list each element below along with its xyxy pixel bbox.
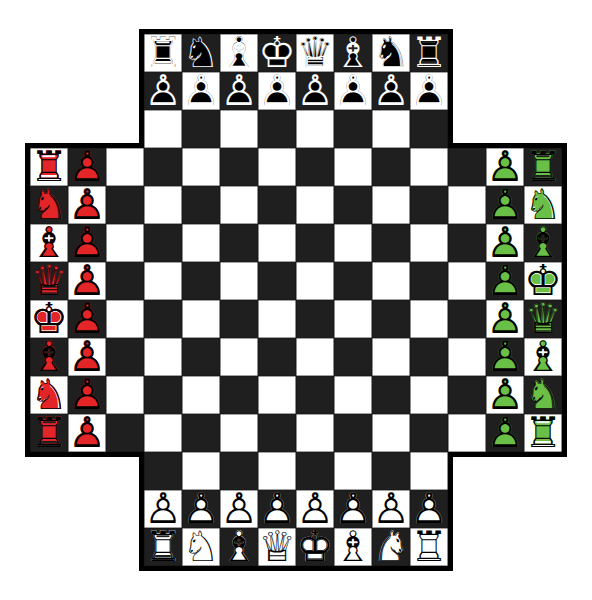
board-cutout [486, 72, 524, 110]
square-f14[interactable]: ♝♗ [220, 34, 258, 72]
board-cutout [68, 528, 106, 566]
square-j4[interactable] [372, 414, 410, 452]
board-cutout [30, 34, 68, 72]
square-g14[interactable]: ♚♔ [258, 34, 296, 72]
square-g5[interactable] [258, 376, 296, 414]
red-bishop-icon: ♝♗ [30, 338, 68, 376]
square-i7[interactable] [334, 300, 372, 338]
black-pawn-icon: ♟♙ [182, 72, 220, 110]
square-k13[interactable]: ♟♙ [410, 72, 448, 110]
white-bishop-icon: ♝♗ [334, 528, 372, 566]
square-j14[interactable]: ♞♘ [372, 34, 410, 72]
white-pawn-icon: ♟♙ [144, 490, 182, 528]
black-pawn-icon: ♟♙ [410, 72, 448, 110]
square-k11[interactable] [410, 148, 448, 186]
square-f2[interactable]: ♟♙ [220, 490, 258, 528]
square-i14[interactable]: ♝♗ [334, 34, 372, 72]
square-l11[interactable] [448, 148, 486, 186]
square-h4[interactable] [296, 414, 334, 452]
black-pawn-icon: ♟♙ [220, 72, 258, 110]
square-g8[interactable] [258, 262, 296, 300]
square-i1[interactable]: ♝♗ [334, 528, 372, 566]
board-cutout [486, 110, 524, 148]
square-h13[interactable]: ♟♙ [296, 72, 334, 110]
board-cutout [448, 490, 486, 528]
square-i13[interactable]: ♟♙ [334, 72, 372, 110]
green-king-icon: ♚♔ [524, 262, 562, 300]
black-pawn-icon: ♟♙ [296, 72, 334, 110]
square-f13[interactable]: ♟♙ [220, 72, 258, 110]
red-pawn-icon: ♟♙ [68, 224, 106, 262]
green-rook-icon: ♜♖ [524, 148, 562, 186]
square-b10[interactable]: ♟♙ [68, 186, 106, 224]
green-pawn-icon: ♟♙ [486, 224, 524, 262]
board-cutout [68, 452, 106, 490]
square-e9[interactable] [182, 224, 220, 262]
square-g4[interactable] [258, 414, 296, 452]
square-f7[interactable] [220, 300, 258, 338]
square-l10[interactable] [448, 186, 486, 224]
white-pawn-icon: ♟♙ [220, 490, 258, 528]
square-m7[interactable]: ♟♙ [486, 300, 524, 338]
square-e1[interactable]: ♞♘ [182, 528, 220, 566]
board-cutout [30, 72, 68, 110]
square-b9[interactable]: ♟♙ [68, 224, 106, 262]
square-f3[interactable] [220, 452, 258, 490]
square-k8[interactable] [410, 262, 448, 300]
board-cutout [106, 110, 144, 148]
red-knight-icon: ♞♘ [30, 186, 68, 224]
square-l4[interactable] [448, 414, 486, 452]
board-cutout [106, 72, 144, 110]
square-d11[interactable] [144, 148, 182, 186]
square-d6[interactable] [144, 338, 182, 376]
square-h2[interactable]: ♟♙ [296, 490, 334, 528]
square-f9[interactable] [220, 224, 258, 262]
white-pawn-icon: ♟♙ [296, 490, 334, 528]
square-d5[interactable] [144, 376, 182, 414]
square-i5[interactable] [334, 376, 372, 414]
white-pawn-icon: ♟♙ [334, 490, 372, 528]
square-j3[interactable] [372, 452, 410, 490]
square-k9[interactable] [410, 224, 448, 262]
square-i9[interactable] [334, 224, 372, 262]
black-knight-icon: ♞♘ [182, 34, 220, 72]
square-h12[interactable] [296, 110, 334, 148]
square-b7[interactable]: ♟♙ [68, 300, 106, 338]
black-bishop-icon: ♝♗ [220, 34, 258, 72]
square-k3[interactable] [410, 452, 448, 490]
board-cutout [30, 528, 68, 566]
square-m10[interactable]: ♟♙ [486, 186, 524, 224]
board-cutout [448, 452, 486, 490]
square-l8[interactable] [448, 262, 486, 300]
board-grid: ♜♖♞♘♝♗♚♔♛♕♝♗♞♘♜♖♟♙♟♙♟♙♟♙♟♙♟♙♟♙♟♙♜♖♟♙♟♙♜♖… [30, 34, 562, 566]
white-queen-icon: ♛♕ [258, 528, 296, 566]
square-a5[interactable]: ♞♘ [30, 376, 68, 414]
square-a7[interactable]: ♚♔ [30, 300, 68, 338]
square-a10[interactable]: ♞♘ [30, 186, 68, 224]
board-cutout [448, 528, 486, 566]
square-c5[interactable] [106, 376, 144, 414]
square-b11[interactable]: ♟♙ [68, 148, 106, 186]
green-knight-icon: ♞♘ [524, 186, 562, 224]
black-queen-icon: ♛♕ [296, 34, 334, 72]
square-b8[interactable]: ♟♙ [68, 262, 106, 300]
board-cutout [524, 72, 562, 110]
square-e4[interactable] [182, 414, 220, 452]
square-i12[interactable] [334, 110, 372, 148]
green-pawn-icon: ♟♙ [486, 414, 524, 452]
board-cutout [486, 528, 524, 566]
square-e7[interactable] [182, 300, 220, 338]
square-m5[interactable]: ♟♙ [486, 376, 524, 414]
white-pawn-icon: ♟♙ [410, 490, 448, 528]
square-f8[interactable] [220, 262, 258, 300]
square-e2[interactable]: ♟♙ [182, 490, 220, 528]
square-d12[interactable] [144, 110, 182, 148]
board-cutout [486, 34, 524, 72]
square-i8[interactable] [334, 262, 372, 300]
square-e14[interactable]: ♞♘ [182, 34, 220, 72]
square-f12[interactable] [220, 110, 258, 148]
board-cutout [30, 110, 68, 148]
square-g9[interactable] [258, 224, 296, 262]
board-cutout [106, 490, 144, 528]
square-j11[interactable] [372, 148, 410, 186]
square-d4[interactable] [144, 414, 182, 452]
square-c7[interactable] [106, 300, 144, 338]
white-king-icon: ♚♔ [296, 528, 334, 566]
square-m6[interactable]: ♟♙ [486, 338, 524, 376]
white-pawn-icon: ♟♙ [372, 490, 410, 528]
square-g10[interactable] [258, 186, 296, 224]
square-a9[interactable]: ♝♗ [30, 224, 68, 262]
green-rook-icon: ♜♖ [524, 414, 562, 452]
board-cutout [68, 490, 106, 528]
green-pawn-icon: ♟♙ [486, 300, 524, 338]
square-h14[interactable]: ♛♕ [296, 34, 334, 72]
square-h10[interactable] [296, 186, 334, 224]
square-m8[interactable]: ♟♙ [486, 262, 524, 300]
square-m9[interactable]: ♟♙ [486, 224, 524, 262]
white-knight-icon: ♞♘ [372, 528, 410, 566]
square-c6[interactable] [106, 338, 144, 376]
square-n11[interactable]: ♜♖ [524, 148, 562, 186]
square-i6[interactable] [334, 338, 372, 376]
square-g11[interactable] [258, 148, 296, 186]
red-rook-icon: ♜♖ [30, 148, 68, 186]
square-c11[interactable] [106, 148, 144, 186]
square-k2[interactable]: ♟♙ [410, 490, 448, 528]
white-knight-icon: ♞♘ [182, 528, 220, 566]
red-pawn-icon: ♟♙ [68, 376, 106, 414]
black-pawn-icon: ♟♙ [144, 72, 182, 110]
green-knight-icon: ♞♘ [524, 376, 562, 414]
square-l5[interactable] [448, 376, 486, 414]
square-a11[interactable]: ♜♖ [30, 148, 68, 186]
square-e10[interactable] [182, 186, 220, 224]
square-a4[interactable]: ♜♖ [30, 414, 68, 452]
board-cutout [106, 452, 144, 490]
board-cutout [68, 34, 106, 72]
red-rook-icon: ♜♖ [30, 414, 68, 452]
square-e5[interactable] [182, 376, 220, 414]
board-cutout [448, 110, 486, 148]
square-n5[interactable]: ♞♘ [524, 376, 562, 414]
red-king-icon: ♚♔ [30, 300, 68, 338]
square-j9[interactable] [372, 224, 410, 262]
red-pawn-icon: ♟♙ [68, 186, 106, 224]
red-bishop-icon: ♝♗ [30, 224, 68, 262]
black-pawn-icon: ♟♙ [258, 72, 296, 110]
square-d13[interactable]: ♟♙ [144, 72, 182, 110]
square-j8[interactable] [372, 262, 410, 300]
board-cutout [448, 72, 486, 110]
red-pawn-icon: ♟♙ [68, 148, 106, 186]
board-cutout [106, 34, 144, 72]
square-g3[interactable] [258, 452, 296, 490]
black-bishop-icon: ♝♗ [334, 34, 372, 72]
square-h9[interactable] [296, 224, 334, 262]
square-h5[interactable] [296, 376, 334, 414]
square-j6[interactable] [372, 338, 410, 376]
square-g1[interactable]: ♛♕ [258, 528, 296, 566]
board-cutout [486, 490, 524, 528]
square-a8[interactable]: ♛♕ [30, 262, 68, 300]
square-e6[interactable] [182, 338, 220, 376]
black-rook-icon: ♜♖ [144, 34, 182, 72]
board-cutout [524, 110, 562, 148]
square-g7[interactable] [258, 300, 296, 338]
square-h1[interactable]: ♚♔ [296, 528, 334, 566]
square-k12[interactable] [410, 110, 448, 148]
board-cutout [68, 72, 106, 110]
board-cutout [30, 452, 68, 490]
square-f10[interactable] [220, 186, 258, 224]
square-l7[interactable] [448, 300, 486, 338]
square-f5[interactable] [220, 376, 258, 414]
square-j5[interactable] [372, 376, 410, 414]
square-n9[interactable]: ♝♗ [524, 224, 562, 262]
square-k1[interactable]: ♜♖ [410, 528, 448, 566]
square-n10[interactable]: ♞♘ [524, 186, 562, 224]
square-l9[interactable] [448, 224, 486, 262]
square-d3[interactable] [144, 452, 182, 490]
square-k5[interactable] [410, 376, 448, 414]
square-e11[interactable] [182, 148, 220, 186]
square-g12[interactable] [258, 110, 296, 148]
square-j10[interactable] [372, 186, 410, 224]
white-pawn-icon: ♟♙ [182, 490, 220, 528]
green-pawn-icon: ♟♙ [486, 338, 524, 376]
square-d14[interactable]: ♜♖ [144, 34, 182, 72]
square-b5[interactable]: ♟♙ [68, 376, 106, 414]
green-pawn-icon: ♟♙ [486, 376, 524, 414]
square-f11[interactable] [220, 148, 258, 186]
square-j1[interactable]: ♞♘ [372, 528, 410, 566]
black-king-icon: ♚♔ [258, 34, 296, 72]
red-knight-icon: ♞♘ [30, 376, 68, 414]
square-e3[interactable] [182, 452, 220, 490]
square-e13[interactable]: ♟♙ [182, 72, 220, 110]
square-g6[interactable] [258, 338, 296, 376]
square-j12[interactable] [372, 110, 410, 148]
square-i10[interactable] [334, 186, 372, 224]
black-rook-icon: ♜♖ [410, 34, 448, 72]
green-pawn-icon: ♟♙ [486, 262, 524, 300]
board-cutout [106, 528, 144, 566]
white-pawn-icon: ♟♙ [258, 490, 296, 528]
white-rook-icon: ♜♖ [410, 528, 448, 566]
square-k10[interactable] [410, 186, 448, 224]
black-pawn-icon: ♟♙ [334, 72, 372, 110]
black-knight-icon: ♞♘ [372, 34, 410, 72]
square-j7[interactable] [372, 300, 410, 338]
square-b6[interactable]: ♟♙ [68, 338, 106, 376]
square-a6[interactable]: ♝♗ [30, 338, 68, 376]
square-d10[interactable] [144, 186, 182, 224]
red-pawn-icon: ♟♙ [68, 338, 106, 376]
four-player-chess-board: ♜♖♞♘♝♗♚♔♛♕♝♗♞♘♜♖♟♙♟♙♟♙♟♙♟♙♟♙♟♙♟♙♜♖♟♙♟♙♜♖… [25, 29, 567, 571]
square-f1[interactable]: ♝♗ [220, 528, 258, 566]
square-b4[interactable]: ♟♙ [68, 414, 106, 452]
green-pawn-icon: ♟♙ [486, 186, 524, 224]
square-n8[interactable]: ♚♔ [524, 262, 562, 300]
board-cutout [524, 34, 562, 72]
board-cutout [524, 490, 562, 528]
square-h7[interactable] [296, 300, 334, 338]
square-i11[interactable] [334, 148, 372, 186]
square-d8[interactable] [144, 262, 182, 300]
square-f4[interactable] [220, 414, 258, 452]
square-i4[interactable] [334, 414, 372, 452]
square-h6[interactable] [296, 338, 334, 376]
red-queen-icon: ♛♕ [30, 262, 68, 300]
square-k7[interactable] [410, 300, 448, 338]
square-m11[interactable]: ♟♙ [486, 148, 524, 186]
board-cutout [524, 528, 562, 566]
square-k6[interactable] [410, 338, 448, 376]
green-pawn-icon: ♟♙ [486, 148, 524, 186]
square-j2[interactable]: ♟♙ [372, 490, 410, 528]
square-c10[interactable] [106, 186, 144, 224]
white-bishop-icon: ♝♗ [220, 528, 258, 566]
square-h8[interactable] [296, 262, 334, 300]
red-pawn-icon: ♟♙ [68, 414, 106, 452]
square-c8[interactable] [106, 262, 144, 300]
board-cutout [524, 452, 562, 490]
square-n4[interactable]: ♜♖ [524, 414, 562, 452]
square-i3[interactable] [334, 452, 372, 490]
square-c4[interactable] [106, 414, 144, 452]
square-c9[interactable] [106, 224, 144, 262]
square-j13[interactable]: ♟♙ [372, 72, 410, 110]
square-n6[interactable]: ♝♗ [524, 338, 562, 376]
square-d2[interactable]: ♟♙ [144, 490, 182, 528]
square-k14[interactable]: ♜♖ [410, 34, 448, 72]
white-rook-icon: ♜♖ [144, 528, 182, 566]
green-bishop-icon: ♝♗ [524, 224, 562, 262]
square-g13[interactable]: ♟♙ [258, 72, 296, 110]
board-cutout [30, 490, 68, 528]
square-d9[interactable] [144, 224, 182, 262]
square-m4[interactable]: ♟♙ [486, 414, 524, 452]
red-pawn-icon: ♟♙ [68, 300, 106, 338]
square-n7[interactable]: ♛♕ [524, 300, 562, 338]
board-cutout [486, 452, 524, 490]
board-cutout [448, 34, 486, 72]
square-f6[interactable] [220, 338, 258, 376]
board-cutout [68, 110, 106, 148]
square-e8[interactable] [182, 262, 220, 300]
square-d1[interactable]: ♜♖ [144, 528, 182, 566]
square-h3[interactable] [296, 452, 334, 490]
square-l6[interactable] [448, 338, 486, 376]
black-pawn-icon: ♟♙ [372, 72, 410, 110]
square-k4[interactable] [410, 414, 448, 452]
square-e12[interactable] [182, 110, 220, 148]
square-i2[interactable]: ♟♙ [334, 490, 372, 528]
green-bishop-icon: ♝♗ [524, 338, 562, 376]
square-g2[interactable]: ♟♙ [258, 490, 296, 528]
green-queen-icon: ♛♕ [524, 300, 562, 338]
square-h11[interactable] [296, 148, 334, 186]
square-d7[interactable] [144, 300, 182, 338]
red-pawn-icon: ♟♙ [68, 262, 106, 300]
